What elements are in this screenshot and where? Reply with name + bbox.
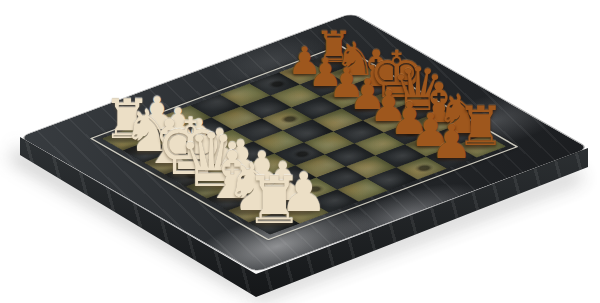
pieces-layer: ♜♞♝♛♚♝♞♜♟♟♟♟♟♟♟♟♟♟♟♟♟♟♟♟♜♞♝♛♚♝♞♜ [0, 0, 600, 303]
white-rook[interactable]: ♜ [245, 168, 303, 233]
chess-set-photo: ♜♞♝♛♚♝♞♜♟♟♟♟♟♟♟♟♟♟♟♟♟♟♟♟♜♞♝♛♚♝♞♜ [0, 0, 600, 303]
brown-pawn[interactable]: ♟ [430, 118, 472, 165]
